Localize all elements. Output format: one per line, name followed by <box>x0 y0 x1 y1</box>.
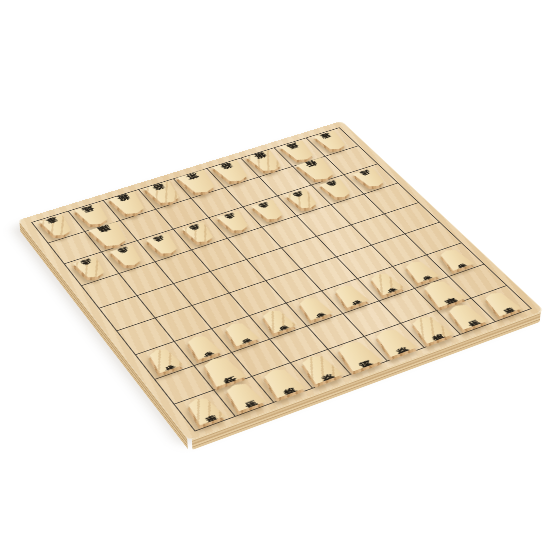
piece-kanji-label: 銀将 <box>123 202 135 207</box>
square-1-8[interactable] <box>450 264 507 298</box>
piece-kanji-label: 歩兵 <box>194 231 204 235</box>
square-8-7[interactable]: 歩兵 <box>175 329 233 366</box>
square-2-8[interactable]: 飛車 <box>415 276 472 311</box>
square-9-7[interactable]: 歩兵 <box>136 342 194 380</box>
piece-pawn-sente[interactable]: 歩兵 <box>182 333 223 360</box>
square-2-9[interactable]: 桂馬 <box>437 298 495 334</box>
piece-knight-sente[interactable]: 桂馬 <box>442 301 488 330</box>
piece-kanji-label: 歩兵 <box>332 187 342 191</box>
piece-pawn-gote[interactable]: 歩兵 <box>181 222 219 246</box>
piece-side-face <box>256 310 297 337</box>
piece-kanji-label: 歩兵 <box>344 293 355 298</box>
piece-side-face <box>369 329 418 361</box>
piece-kanji-label: 香車 <box>495 300 506 305</box>
piece-kanji-label: 飛車 <box>436 290 448 295</box>
piece-kanji-label: 桂馬 <box>459 313 471 318</box>
piece-kanji-label: 歩兵 <box>308 305 319 310</box>
piece-kanji-label: 桂馬 <box>294 149 305 153</box>
piece-top-face: 金将 <box>295 352 344 385</box>
square-8-5[interactable] <box>137 283 193 318</box>
piece-pawn-sente[interactable]: 歩兵 <box>330 282 370 308</box>
piece-kanji-label: 歩兵 <box>380 281 391 286</box>
square-6-7[interactable]: 歩兵 <box>250 303 307 339</box>
square-3-9[interactable]: 銀将 <box>402 311 461 347</box>
piece-top-face: 歩兵 <box>294 295 335 321</box>
piece-top-face: 歩兵 <box>330 282 370 308</box>
piece-kanji-label: 金将 <box>313 365 326 371</box>
piece-pawn-gote[interactable]: 歩兵 <box>109 244 147 268</box>
square-4-9[interactable]: 金将 <box>365 324 424 361</box>
piece-knight-sente[interactable]: 桂馬 <box>220 380 267 412</box>
square-5-7[interactable]: 歩兵 <box>286 291 343 326</box>
piece-kanji-label: 歩兵 <box>159 243 170 248</box>
piece-lance-sente[interactable]: 香車 <box>182 394 226 425</box>
piece-top-face: 歩兵 <box>182 333 223 360</box>
square-9-4[interactable] <box>82 274 137 308</box>
piece-pawn-sente[interactable]: 歩兵 <box>365 270 405 295</box>
square-6-8[interactable] <box>270 326 328 363</box>
piece-kanji-label: 香車 <box>327 139 337 143</box>
piece-side-face <box>142 349 183 377</box>
piece-kanji-label: 香車 <box>198 407 210 413</box>
piece-kanji-label: 歩兵 <box>450 257 460 262</box>
square-5-6[interactable] <box>266 269 322 303</box>
piece-silver-sente[interactable]: 銀将 <box>405 313 454 344</box>
square-4-8[interactable] <box>344 301 402 337</box>
piece-kanji-label: 銀将 <box>275 379 288 385</box>
piece-kanji-label: 歩兵 <box>264 209 274 213</box>
square-7-7[interactable]: 歩兵 <box>213 316 271 352</box>
piece-side-face <box>181 336 222 364</box>
piece-kanji-label: 角行 <box>216 367 229 373</box>
square-5-9[interactable]: 玉将 <box>329 337 388 374</box>
piece-kanji-label: 銀将 <box>424 326 436 332</box>
piece-kanji-label: 歩兵 <box>122 254 133 259</box>
square-9-8[interactable] <box>155 366 214 405</box>
piece-kanji-label: 歩兵 <box>197 344 208 349</box>
shogi-photo-scene: 香車桂馬銀将金将王将金将銀将桂馬香車飛車角行歩兵歩兵歩兵歩兵歩兵歩兵歩兵歩兵歩兵… <box>0 0 560 560</box>
square-9-6[interactable] <box>118 318 175 355</box>
piece-top-face: 歩兵 <box>435 247 475 272</box>
piece-top-face: 玉将 <box>330 337 383 372</box>
square-6-5[interactable] <box>211 259 267 293</box>
piece-kanji-label: 歩兵 <box>230 220 240 224</box>
piece-side-face <box>181 398 226 429</box>
piece-kanji-label: 歩兵 <box>158 357 169 362</box>
piece-side-face <box>329 285 369 311</box>
piece-top-face: 金将 <box>369 326 418 358</box>
piece-side-face <box>365 273 405 298</box>
piece-top-face: 歩兵 <box>72 256 110 281</box>
piece-side-face <box>479 292 523 320</box>
piece-pawn-gote[interactable]: 歩兵 <box>72 256 110 281</box>
shogi-board: 香車桂馬銀将金将王将金将銀将桂馬香車飛車角行歩兵歩兵歩兵歩兵歩兵歩兵歩兵歩兵歩兵… <box>18 121 543 440</box>
piece-side-face <box>219 383 266 415</box>
square-9-9[interactable]: 香車 <box>175 390 235 430</box>
square-5-8[interactable] <box>307 313 365 349</box>
piece-pawn-sente[interactable]: 歩兵 <box>220 320 261 347</box>
piece-side-face <box>219 323 260 350</box>
piece-top-face: 桂馬 <box>220 380 267 412</box>
piece-top-face: 歩兵 <box>257 307 298 334</box>
square-9-5[interactable] <box>100 296 156 331</box>
piece-bishop-sente[interactable]: 角行 <box>197 353 248 387</box>
square-6-6[interactable] <box>230 281 286 316</box>
piece-kanji-label: 飛車 <box>104 233 116 238</box>
piece-side-face <box>294 355 344 388</box>
piece-pawn-gote[interactable]: 歩兵 <box>352 167 389 189</box>
piece-top-face: 飛車 <box>417 277 467 308</box>
piece-kanji-label: 角行 <box>312 168 324 173</box>
square-7-6[interactable] <box>193 293 250 328</box>
piece-kanji-label: 銀将 <box>260 159 271 163</box>
piece-kanji-label: 歩兵 <box>298 198 308 202</box>
piece-kanji-label: 香車 <box>52 224 63 229</box>
piece-kanji-label: 歩兵 <box>86 266 97 271</box>
square-4-7[interactable]: 歩兵 <box>323 279 380 314</box>
piece-pawn-gote[interactable]: 歩兵 <box>251 199 289 222</box>
piece-side-face <box>196 357 247 391</box>
piece-pawn-gote[interactable]: 歩兵 <box>285 189 323 212</box>
piece-pawn-sente[interactable]: 歩兵 <box>435 247 475 272</box>
piece-king-sente[interactable]: 玉将 <box>330 337 383 372</box>
piece-silver-sente[interactable]: 銀将 <box>257 365 307 398</box>
piece-gold-sente[interactable]: 金将 <box>295 352 344 385</box>
square-7-5[interactable] <box>174 271 230 305</box>
piece-lance-sente[interactable]: 香車 <box>479 289 523 316</box>
piece-pawn-sente[interactable]: 歩兵 <box>143 346 184 374</box>
piece-kanji-label: 歩兵 <box>234 331 245 336</box>
piece-kanji-label: 金将 <box>387 339 399 345</box>
square-3-8[interactable] <box>380 288 438 323</box>
piece-side-face <box>442 304 488 333</box>
piece-top-face: 桂馬 <box>442 301 488 330</box>
square-8-6[interactable] <box>156 306 213 342</box>
piece-kanji-label: 歩兵 <box>415 269 426 274</box>
board-surface: 香車桂馬銀将金将王将金将銀将桂馬香車飛車角行歩兵歩兵歩兵歩兵歩兵歩兵歩兵歩兵歩兵… <box>18 121 543 440</box>
square-3-7[interactable]: 歩兵 <box>358 267 415 301</box>
piece-kanji-label: 金将 <box>158 191 170 196</box>
piece-kanji-label: 歩兵 <box>272 318 283 323</box>
piece-kanji-label: 玉将 <box>350 352 363 358</box>
piece-kanji-label: 桂馬 <box>237 393 250 399</box>
piece-kanji-label: 金将 <box>227 170 238 174</box>
piece-top-face: 角行 <box>197 353 248 387</box>
square-7-9[interactable]: 銀将 <box>253 363 313 402</box>
piece-top-face: 香車 <box>479 289 523 316</box>
piece-top-face: 銀将 <box>257 365 307 398</box>
piece-top-face: 歩兵 <box>365 270 405 295</box>
piece-side-face <box>293 298 334 324</box>
piece-top-face: 香車 <box>182 394 226 425</box>
piece-side-face <box>256 368 306 402</box>
piece-kanji-label: 王将 <box>192 180 204 185</box>
piece-gold-sente[interactable]: 金将 <box>369 326 418 358</box>
square-7-8[interactable] <box>232 339 291 377</box>
piece-top-face: 歩兵 <box>220 320 261 347</box>
piece-side-face <box>330 341 383 376</box>
piece-pawn-gote[interactable]: 歩兵 <box>318 178 356 200</box>
piece-top-face: 銀将 <box>405 313 454 344</box>
piece-kanji-label: 桂馬 <box>88 213 99 218</box>
piece-pawn-gote[interactable]: 歩兵 <box>145 233 183 257</box>
board-grid: 香車桂馬銀将金将王将金将銀将桂馬香車飛車角行歩兵歩兵歩兵歩兵歩兵歩兵歩兵歩兵歩兵… <box>31 127 532 431</box>
piece-pawn-sente[interactable]: 歩兵 <box>294 295 335 321</box>
square-8-9[interactable]: 桂馬 <box>214 377 274 416</box>
square-1-9[interactable]: 香車 <box>472 286 530 321</box>
piece-side-face <box>405 316 454 347</box>
square-8-4[interactable] <box>119 262 174 296</box>
piece-kanji-label: 歩兵 <box>366 176 376 180</box>
piece-pawn-gote[interactable]: 歩兵 <box>216 210 254 233</box>
piece-rook-sente[interactable]: 飛車 <box>417 277 467 308</box>
square-8-8[interactable]: 角行 <box>194 352 253 390</box>
piece-side-face <box>400 261 440 286</box>
piece-pawn-sente[interactable]: 歩兵 <box>257 307 298 334</box>
square-6-9[interactable]: 金将 <box>291 350 350 388</box>
piece-top-face: 歩兵 <box>143 346 184 374</box>
piece-side-face <box>417 280 467 311</box>
